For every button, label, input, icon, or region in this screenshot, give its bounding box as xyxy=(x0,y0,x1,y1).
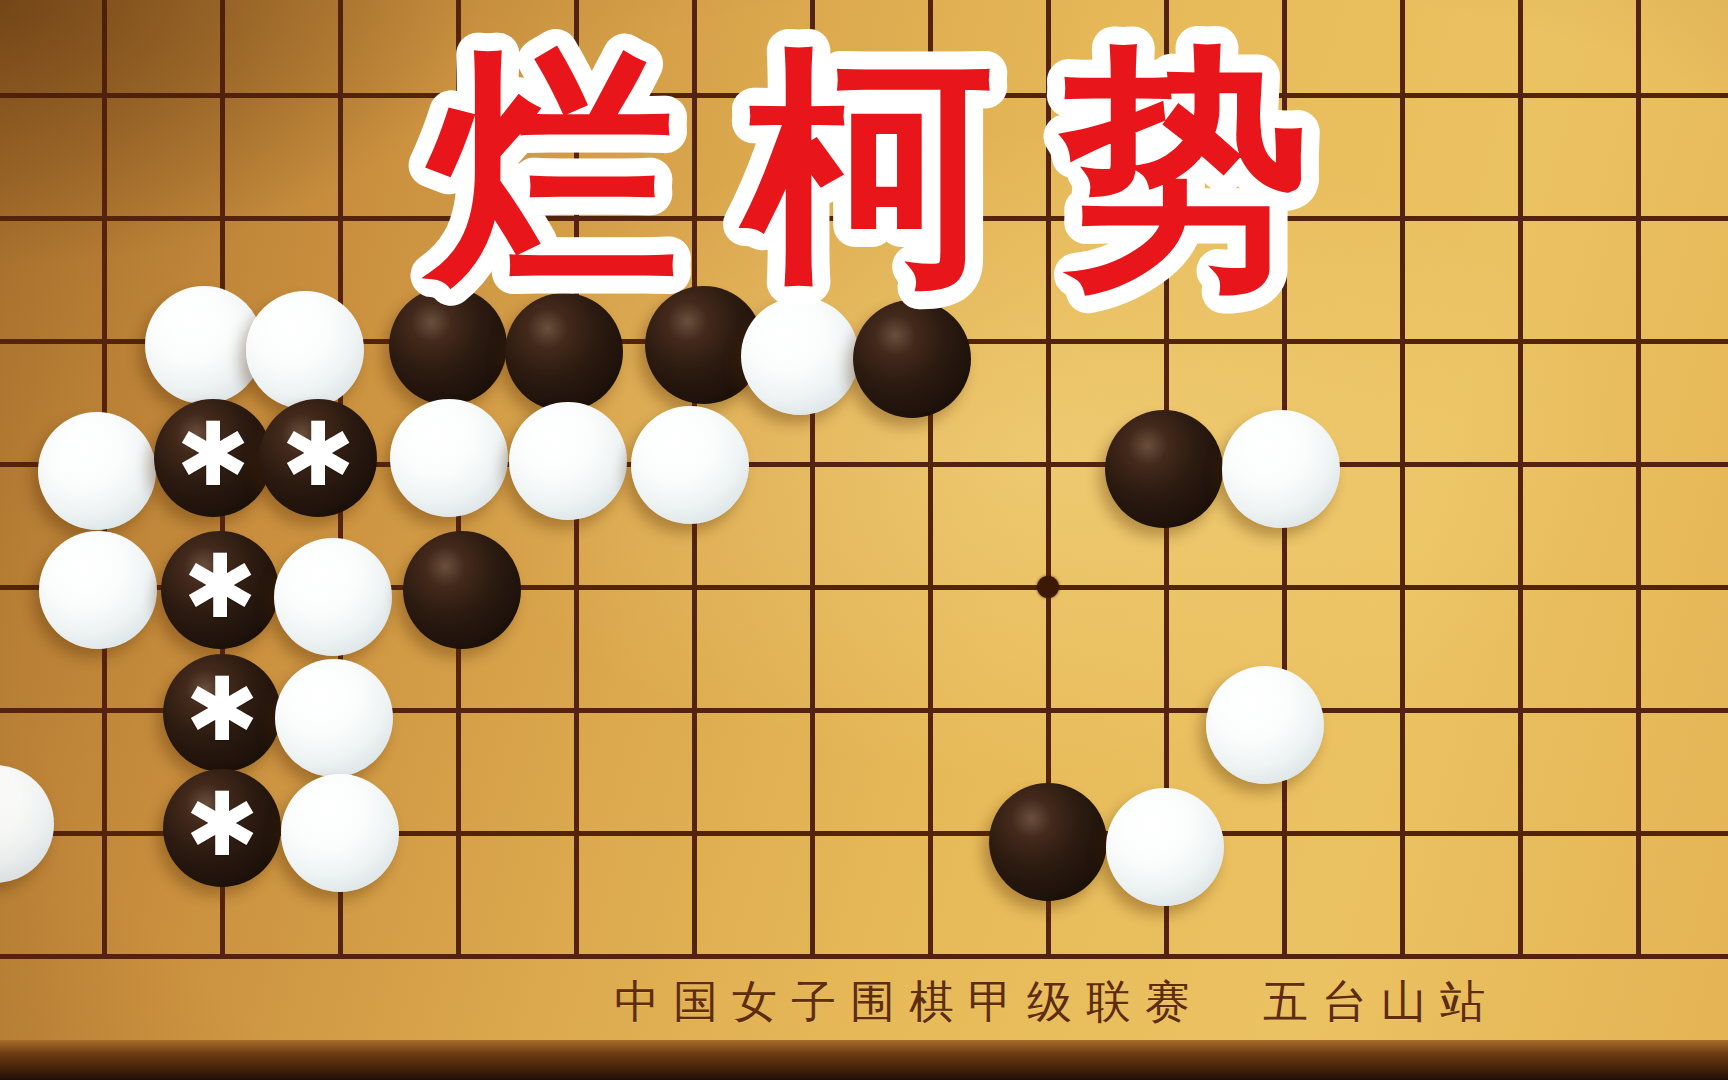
board-edge xyxy=(0,1040,1728,1080)
stone-white xyxy=(274,538,392,656)
asterisk-mark: ✱ xyxy=(183,543,257,631)
stone-white xyxy=(275,659,393,777)
stone-white xyxy=(1206,666,1324,784)
stone-black xyxy=(989,783,1107,901)
asterisk-mark: ✱ xyxy=(185,781,259,869)
stone-black xyxy=(389,287,507,405)
star-point-hoshi xyxy=(1037,576,1059,598)
stone-black xyxy=(853,300,971,418)
grid-vertical-line xyxy=(1636,0,1641,959)
stone-white xyxy=(38,412,156,530)
grid-vertical-line xyxy=(928,0,933,959)
grid-vertical-line xyxy=(1518,0,1523,959)
stone-white xyxy=(631,406,749,524)
stone-black-marked: ✱ xyxy=(161,531,279,649)
stone-black-marked: ✱ xyxy=(154,399,272,517)
goban xyxy=(0,0,1728,1080)
asterisk-mark: ✱ xyxy=(176,411,250,499)
asterisk-mark: ✱ xyxy=(185,666,259,754)
stone-white xyxy=(390,399,508,517)
asterisk-mark: ✱ xyxy=(281,411,355,499)
grid-vertical-line xyxy=(1400,0,1405,959)
stone-white xyxy=(281,774,399,892)
stone-black-marked: ✱ xyxy=(163,654,281,772)
stone-black-marked: ✱ xyxy=(163,769,281,887)
stone-white xyxy=(246,291,364,409)
grid-horizontal-line xyxy=(0,954,1728,959)
stone-black xyxy=(505,293,623,411)
stone-black xyxy=(1105,410,1223,528)
stone-white xyxy=(1222,410,1340,528)
grid-vertical-line xyxy=(810,0,815,959)
stone-white xyxy=(509,402,627,520)
video-frame: ✱✱✱✱✱ 烂柯势 中国女子围棋甲级联赛 五台山站 xyxy=(0,0,1728,1080)
grid-horizontal-line xyxy=(0,216,1728,221)
stone-white xyxy=(741,297,859,415)
stone-black xyxy=(403,531,521,649)
grid-horizontal-line xyxy=(0,93,1728,98)
stone-white xyxy=(39,531,157,649)
event-caption: 中国女子围棋甲级联赛 五台山站 xyxy=(614,972,1499,1032)
stone-black-marked: ✱ xyxy=(259,399,377,517)
stone-white xyxy=(1106,788,1224,906)
